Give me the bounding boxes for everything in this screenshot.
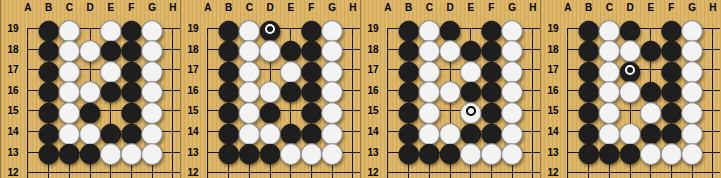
intersection-H17[interactable] (702, 59, 720, 80)
intersection-H16[interactable] (702, 80, 720, 101)
intersection-H13[interactable] (162, 142, 180, 163)
intersection-C13[interactable]: ● (239, 142, 260, 163)
intersection-H16[interactable] (522, 80, 540, 101)
row-label-19: 19 (0, 18, 26, 39)
intersection-C13[interactable]: ● (419, 142, 440, 163)
intersection-H12[interactable] (162, 162, 180, 178)
intersection-H13[interactable] (702, 142, 720, 163)
row-label-12: 12 (540, 162, 566, 178)
row-label-14: 14 (180, 121, 206, 142)
row-labels: 1918171615141312 (360, 18, 386, 178)
column-label-H: H (522, 1, 540, 14)
column-label-D: D (260, 1, 281, 14)
intersection-H13[interactable] (522, 142, 540, 163)
intersection-H15[interactable] (162, 101, 180, 122)
board-grid: ●●●●●●●●●●●●●●●●●●●●●●●●●●●●●●●●●●●●●●● (378, 18, 540, 178)
row-label-19: 19 (540, 18, 566, 39)
row-label-13: 13 (360, 142, 386, 163)
column-label-A: A (18, 1, 39, 14)
intersection-D13[interactable]: ● (620, 142, 641, 163)
row-label-18: 18 (360, 39, 386, 60)
row-label-18: 18 (540, 39, 566, 60)
intersection-D13[interactable]: ● (260, 142, 281, 163)
column-label-G: G (502, 1, 523, 14)
intersection-H19[interactable] (162, 18, 180, 39)
intersection-C13[interactable]: ● (59, 142, 80, 163)
column-label-G: G (142, 1, 163, 14)
go-board-diagram-1: ABCDEFGH 1918171615141312 ●●●●●●●●●●●●●●… (0, 0, 180, 178)
intersection-H14[interactable] (342, 121, 360, 142)
row-label-15: 15 (540, 101, 566, 122)
row-label-12: 12 (180, 162, 206, 178)
intersection-H12[interactable] (702, 162, 720, 178)
column-label-A: A (378, 1, 399, 14)
row-label-16: 16 (360, 80, 386, 101)
intersection-H19[interactable] (522, 18, 540, 39)
row-label-16: 16 (540, 80, 566, 101)
intersection-H13[interactable] (342, 142, 360, 163)
row-label-19: 19 (360, 18, 386, 39)
column-label-E: E (640, 1, 661, 14)
intersection-G13[interactable]: ● (322, 142, 343, 163)
intersection-E13[interactable]: ● (460, 142, 481, 163)
intersection-H18[interactable] (162, 39, 180, 60)
intersection-C13[interactable]: ● (599, 142, 620, 163)
row-label-14: 14 (540, 121, 566, 142)
go-board-diagram-3: ABCDEFGH 1918171615141312 ●●●●●●●●●●●●●●… (360, 0, 540, 178)
row-labels: 1918171615141312 (540, 18, 566, 178)
column-label-F: F (481, 1, 502, 14)
column-labels: ABCDEFGH (18, 1, 180, 14)
row-label-17: 17 (180, 59, 206, 80)
intersection-B13[interactable]: ● (398, 142, 419, 163)
intersection-H14[interactable] (702, 121, 720, 142)
column-label-D: D (440, 1, 461, 14)
row-label-19: 19 (180, 18, 206, 39)
column-label-E: E (460, 1, 481, 14)
go-board-diagram-2: ABCDEFGH 1918171615141312 ●●●●●●●●●●●●●●… (180, 0, 360, 178)
column-label-A: A (198, 1, 219, 14)
go-diagram-strip: ABCDEFGH 1918171615141312 ●●●●●●●●●●●●●●… (0, 0, 721, 178)
board-grid: ●●●●●●●●●●●●●●●●●●●●●●●●●●●●●●●●●●●●●●● (18, 18, 180, 178)
row-label-13: 13 (540, 142, 566, 163)
column-label-G: G (682, 1, 703, 14)
intersection-H18[interactable] (522, 39, 540, 60)
intersection-E13[interactable]: ● (280, 142, 301, 163)
intersection-H18[interactable] (702, 39, 720, 60)
column-label-F: F (121, 1, 142, 14)
column-label-B: B (218, 1, 239, 14)
intersection-E16[interactable]: ● (280, 80, 301, 101)
intersection-H16[interactable] (162, 80, 180, 101)
intersection-D16[interactable]: ● (620, 80, 641, 101)
row-label-17: 17 (360, 59, 386, 80)
row-label-13: 13 (0, 142, 26, 163)
intersection-B13[interactable]: ● (578, 142, 599, 163)
intersection-F13[interactable]: ● (481, 142, 502, 163)
column-label-C: C (59, 1, 80, 14)
row-label-15: 15 (0, 101, 26, 122)
column-label-H: H (702, 1, 720, 14)
column-label-G: G (322, 1, 343, 14)
intersection-H12[interactable] (342, 162, 360, 178)
intersection-H15[interactable] (522, 101, 540, 122)
intersection-F13[interactable]: ● (661, 142, 682, 163)
column-label-D: D (620, 1, 641, 14)
intersection-H17[interactable] (522, 59, 540, 80)
row-label-12: 12 (360, 162, 386, 178)
intersection-H17[interactable] (342, 59, 360, 80)
row-label-18: 18 (0, 39, 26, 60)
board-grid: ●●●●●●●●●●●●●●●●●●●●●●●●●●●●●●●●●●●●●●● (198, 18, 360, 178)
intersection-E13[interactable]: ● (640, 142, 661, 163)
intersection-E16[interactable]: ● (100, 80, 121, 101)
row-label-17: 17 (0, 59, 26, 80)
intersection-E18[interactable]: ● (640, 39, 661, 60)
row-label-14: 14 (360, 121, 386, 142)
intersection-H16[interactable] (342, 80, 360, 101)
row-label-15: 15 (360, 101, 386, 122)
intersection-G13[interactable]: ● (682, 142, 703, 163)
white-stone: ● (140, 138, 164, 165)
intersection-F13[interactable]: ● (121, 142, 142, 163)
intersection-D18[interactable]: ● (80, 39, 101, 60)
column-label-C: C (419, 1, 440, 14)
intersection-H18[interactable] (342, 39, 360, 60)
intersection-D16[interactable]: ● (440, 80, 461, 101)
row-labels: 1918171615141312 (0, 18, 26, 178)
circle-marker (466, 106, 476, 116)
row-label-16: 16 (0, 80, 26, 101)
white-stone: ● (500, 138, 524, 165)
column-label-H: H (162, 1, 180, 14)
column-label-D: D (80, 1, 101, 14)
intersection-D13[interactable]: ● (440, 142, 461, 163)
column-label-C: C (239, 1, 260, 14)
row-label-18: 18 (180, 39, 206, 60)
column-label-H: H (342, 1, 360, 14)
column-label-F: F (301, 1, 322, 14)
row-labels: 1918171615141312 (180, 18, 206, 178)
column-label-F: F (661, 1, 682, 14)
row-label-15: 15 (180, 101, 206, 122)
board-grid: ●●●●●●●●●●●●●●●●●●●●●●●●●●●●●●●●●●●●●●● (558, 18, 720, 178)
column-labels: ABCDEFGH (558, 1, 720, 14)
intersection-D13[interactable]: ● (80, 142, 101, 163)
column-label-C: C (599, 1, 620, 14)
column-label-B: B (38, 1, 59, 14)
column-label-E: E (280, 1, 301, 14)
column-label-B: B (398, 1, 419, 14)
column-label-B: B (578, 1, 599, 14)
intersection-G13[interactable]: ● (142, 142, 163, 163)
row-label-12: 12 (0, 162, 26, 178)
intersection-H15[interactable] (702, 101, 720, 122)
row-label-16: 16 (180, 80, 206, 101)
white-stone: ● (320, 138, 344, 165)
intersection-E13[interactable]: ● (100, 142, 121, 163)
row-label-14: 14 (0, 121, 26, 142)
intersection-H19[interactable] (342, 18, 360, 39)
go-board-diagram-4: ABCDEFGH 1918171615141312 ●●●●●●●●●●●●●●… (540, 0, 720, 178)
intersection-G13[interactable]: ● (502, 142, 523, 163)
row-label-13: 13 (180, 142, 206, 163)
column-label-E: E (100, 1, 121, 14)
column-labels: ABCDEFGH (378, 1, 540, 14)
circle-marker (625, 65, 635, 75)
column-label-A: A (558, 1, 579, 14)
intersection-H19[interactable] (702, 18, 720, 39)
column-labels: ABCDEFGH (198, 1, 360, 14)
intersection-H15[interactable] (342, 101, 360, 122)
intersection-D18[interactable]: ● (440, 39, 461, 60)
white-stone: ● (680, 138, 704, 165)
circle-marker (265, 24, 275, 34)
intersection-H14[interactable] (522, 121, 540, 142)
intersection-H17[interactable] (162, 59, 180, 80)
intersection-D18[interactable]: ● (260, 39, 281, 60)
intersection-B13[interactable]: ● (218, 142, 239, 163)
intersection-F13[interactable]: ● (301, 142, 322, 163)
row-label-17: 17 (540, 59, 566, 80)
intersection-H12[interactable] (522, 162, 540, 178)
intersection-B13[interactable]: ● (38, 142, 59, 163)
intersection-H14[interactable] (162, 121, 180, 142)
